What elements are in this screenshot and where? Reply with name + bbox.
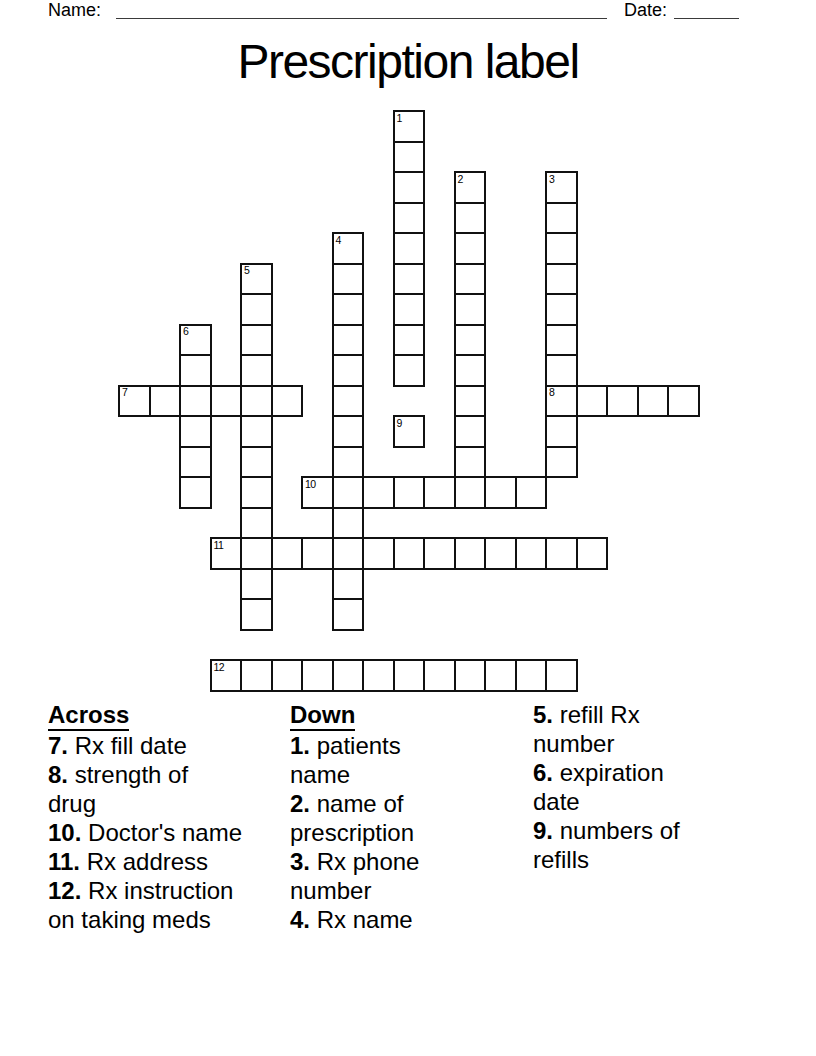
clue-continuation: on taking meds	[48, 905, 283, 934]
clue-number: 2.	[290, 790, 310, 817]
grid-cell[interactable]	[332, 415, 365, 448]
grid-cell[interactable]	[332, 598, 365, 631]
grid-cell[interactable]	[362, 476, 395, 509]
cell-number: 7	[122, 387, 127, 398]
grid-cell[interactable]	[515, 537, 548, 570]
cell-number: 10	[305, 479, 316, 490]
grid-cell[interactable]	[454, 202, 487, 235]
grid-cell[interactable]	[179, 354, 212, 387]
grid-cell[interactable]	[545, 415, 578, 448]
grid-cell[interactable]	[362, 659, 395, 692]
grid-cell[interactable]	[240, 354, 273, 387]
cell-number: 6	[183, 326, 188, 337]
grid-cell[interactable]: 9	[393, 415, 426, 448]
grid-cell[interactable]	[271, 659, 304, 692]
grid-cell[interactable]	[362, 537, 395, 570]
grid-cell[interactable]	[301, 537, 334, 570]
grid-cell[interactable]	[423, 659, 456, 692]
grid-cell[interactable]	[545, 202, 578, 235]
grid-cell[interactable]	[240, 293, 273, 326]
grid-cell[interactable]	[484, 659, 517, 692]
clue: 2. name of	[290, 789, 525, 818]
grid-cell[interactable]	[240, 476, 273, 509]
grid-cell[interactable]	[454, 354, 487, 387]
grid-cell[interactable]	[423, 476, 456, 509]
grid-cell[interactable]	[240, 598, 273, 631]
grid-cell[interactable]	[332, 446, 365, 479]
cell-number: 8	[549, 387, 554, 398]
grid-cell[interactable]	[271, 385, 304, 418]
grid-cell[interactable]	[240, 415, 273, 448]
grid-cell[interactable]	[545, 446, 578, 479]
clue-number: 4.	[290, 906, 310, 933]
clue-continuation: number	[290, 876, 525, 905]
crossword-grid: 123845679101112	[118, 110, 700, 692]
clue-continuation: date	[533, 787, 783, 816]
clue: 1. patients	[290, 731, 525, 760]
clue-number: 3.	[290, 848, 310, 875]
clues-heading: Down	[290, 700, 355, 731]
clue: 8. strength of	[48, 760, 283, 789]
clue-continuation: drug	[48, 789, 283, 818]
clue-continuation: number	[533, 729, 783, 758]
cell-number: 5	[244, 265, 249, 276]
grid-cell[interactable]	[149, 385, 182, 418]
grid-cell[interactable]	[667, 385, 700, 418]
clue: 9. numbers of	[533, 816, 783, 845]
grid-cell[interactable]	[484, 537, 517, 570]
grid-cell[interactable]	[393, 354, 426, 387]
name-label: Name:	[48, 1, 101, 19]
grid-cell[interactable]	[454, 446, 487, 479]
name-blank-line[interactable]	[116, 2, 607, 19]
clues-column-down-continued: 5. refill Rxnumber6. expirationdate9. nu…	[533, 700, 783, 874]
grid-cell[interactable]	[545, 659, 578, 692]
grid-cell[interactable]	[393, 171, 426, 204]
grid-cell[interactable]	[454, 537, 487, 570]
date-label: Date:	[624, 1, 667, 19]
grid-cell[interactable]	[545, 232, 578, 265]
grid-cell[interactable]	[332, 476, 365, 509]
grid-cell[interactable]	[240, 659, 273, 692]
grid-cell[interactable]	[271, 537, 304, 570]
cell-number: 2	[458, 174, 463, 185]
clue-number: 12.	[48, 877, 81, 904]
grid-cell[interactable]	[240, 507, 273, 540]
grid-cell[interactable]	[393, 537, 426, 570]
grid-cell[interactable]	[393, 293, 426, 326]
grid-cell[interactable]	[606, 385, 639, 418]
grid-cell[interactable]	[393, 202, 426, 235]
grid-cell[interactable]	[393, 263, 426, 296]
grid-cell[interactable]: 8	[545, 385, 578, 418]
grid-cell[interactable]	[576, 385, 609, 418]
grid-cell[interactable]	[484, 476, 517, 509]
cell-number: 12	[214, 662, 225, 673]
grid-cell[interactable]	[637, 385, 670, 418]
grid-cell[interactable]	[393, 476, 426, 509]
grid-cell[interactable]	[240, 568, 273, 601]
clues-column-across: Across7. Rx fill date8. strength ofdrug1…	[48, 700, 283, 934]
grid-cell[interactable]: 6	[179, 324, 212, 357]
grid-cell[interactable]	[332, 354, 365, 387]
grid-cell[interactable]	[393, 141, 426, 174]
grid-cell[interactable]: 1	[393, 110, 426, 143]
grid-cell[interactable]	[332, 659, 365, 692]
clue-number: 6.	[533, 759, 553, 786]
grid-cell[interactable]	[179, 385, 212, 418]
grid-cell[interactable]	[454, 293, 487, 326]
grid-cell[interactable]	[240, 324, 273, 357]
grid-cell[interactable]	[393, 232, 426, 265]
grid-cell[interactable]	[545, 263, 578, 296]
grid-cell[interactable]	[179, 415, 212, 448]
clue: 11. Rx address	[48, 847, 283, 876]
grid-cell[interactable]	[545, 354, 578, 387]
grid-cell[interactable]	[393, 324, 426, 357]
grid-cell[interactable]	[332, 568, 365, 601]
clue: 6. expiration	[533, 758, 783, 787]
grid-cell[interactable]	[301, 659, 334, 692]
cell-number: 4	[336, 235, 341, 246]
clue: 3. Rx phone	[290, 847, 525, 876]
clues-column-down: Down1. patientsname2. name ofprescriptio…	[290, 700, 525, 934]
grid-cell[interactable]: 12	[210, 659, 243, 692]
grid-cell[interactable]: 10	[301, 476, 334, 509]
grid-cell[interactable]	[454, 659, 487, 692]
clue: 12. Rx instruction	[48, 876, 283, 905]
grid-cell[interactable]	[515, 659, 548, 692]
clue-continuation: name	[290, 760, 525, 789]
grid-cell[interactable]: 7	[118, 385, 151, 418]
grid-cell[interactable]	[545, 293, 578, 326]
grid-cell[interactable]: 3	[545, 171, 578, 204]
clue-number: 9.	[533, 817, 553, 844]
grid-cell[interactable]	[179, 446, 212, 479]
grid-cell[interactable]	[454, 263, 487, 296]
worksheet-page: Name: Date: Prescription label 123845679…	[0, 0, 816, 1056]
grid-cell[interactable]	[240, 446, 273, 479]
grid-cell[interactable]	[576, 537, 609, 570]
clue-continuation: prescription	[290, 818, 525, 847]
grid-cell[interactable]	[332, 385, 365, 418]
grid-cell[interactable]	[423, 537, 456, 570]
grid-cell[interactable]	[332, 263, 365, 296]
grid-cell[interactable]	[332, 293, 365, 326]
grid-cell[interactable]	[454, 385, 487, 418]
grid-cell[interactable]	[240, 385, 273, 418]
grid-cell[interactable]	[454, 476, 487, 509]
cell-number: 11	[214, 540, 224, 551]
grid-cell[interactable]	[179, 476, 212, 509]
puzzle-title: Prescription label	[0, 34, 816, 90]
clues-heading: Across	[48, 700, 129, 731]
clue: 4. Rx name	[290, 905, 525, 934]
cell-number: 3	[549, 174, 554, 185]
clue: 7. Rx fill date	[48, 731, 283, 760]
clue: 10. Doctor's name	[48, 818, 283, 847]
grid-cell[interactable]	[454, 232, 487, 265]
grid-cell[interactable]: 11	[210, 537, 243, 570]
cell-number: 1	[397, 113, 402, 124]
grid-cell[interactable]	[545, 537, 578, 570]
clue-number: 7.	[48, 732, 68, 759]
clue-number: 5.	[533, 701, 553, 728]
grid-cell[interactable]	[545, 324, 578, 357]
grid-cell[interactable]: 4	[332, 232, 365, 265]
clue-continuation: refills	[533, 845, 783, 874]
clue-number: 11.	[48, 848, 80, 875]
grid-cell[interactable]	[454, 415, 487, 448]
clue-number: 1.	[290, 732, 310, 759]
grid-cell[interactable]	[332, 537, 365, 570]
grid-cell[interactable]: 2	[454, 171, 487, 204]
grid-cell[interactable]	[240, 537, 273, 570]
date-blank-line[interactable]	[674, 2, 739, 19]
grid-cell[interactable]	[393, 659, 426, 692]
grid-cell[interactable]	[210, 385, 243, 418]
clue-number: 8.	[48, 761, 68, 788]
cell-number: 9	[397, 418, 402, 429]
clue: 5. refill Rx	[533, 700, 783, 729]
grid-cell[interactable]	[515, 476, 548, 509]
grid-cell[interactable]: 5	[240, 263, 273, 296]
grid-cell[interactable]	[332, 507, 365, 540]
grid-cell[interactable]	[332, 324, 365, 357]
clue-number: 10.	[48, 819, 81, 846]
grid-cell[interactable]	[454, 324, 487, 357]
